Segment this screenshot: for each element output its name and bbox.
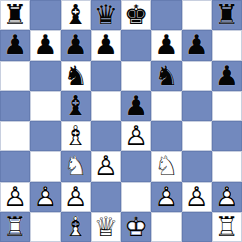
black-pawn-glyph: ♟ (121, 91, 151, 121)
black-pawn-glyph: ♟ (91, 30, 121, 60)
black-bishop-on-c5[interactable]: ♝ (61, 91, 91, 121)
square-e4[interactable]: ♟♙ (121, 121, 151, 151)
square-h4[interactable] (212, 121, 242, 151)
square-b6[interactable] (30, 61, 60, 91)
square-d7[interactable]: ♟ (91, 30, 121, 60)
white-pawn-outline-glyph: ♙ (30, 182, 60, 212)
black-bishop-on-c8[interactable]: ♝ (61, 0, 91, 30)
white-knight-outline-glyph: ♘ (151, 151, 181, 181)
square-h1[interactable]: ♜♖ (212, 212, 242, 242)
white-pawn-outline-glyph: ♙ (121, 121, 151, 151)
white-pawn-outline-glyph: ♙ (212, 182, 242, 212)
square-c5[interactable]: ♝ (61, 91, 91, 121)
square-f4[interactable] (151, 121, 181, 151)
square-e2[interactable] (121, 182, 151, 212)
white-pawn-outline-glyph: ♙ (0, 182, 30, 212)
square-h5[interactable] (212, 91, 242, 121)
white-bishop-on-c1[interactable]: ♝♗ (61, 212, 91, 242)
white-knight-on-c3[interactable]: ♞♘ (61, 151, 91, 181)
square-d6[interactable] (91, 61, 121, 91)
white-rook-on-h1[interactable]: ♜♖ (212, 212, 242, 242)
square-b1[interactable] (30, 212, 60, 242)
white-pawn-on-a2[interactable]: ♟♙ (0, 182, 30, 212)
square-f5[interactable] (151, 91, 181, 121)
chess-board: ♜♝♛♚♜♟♟♟♟♟♟♞♞♟♝♟♝♗♟♙♞♘♟♙♞♘♟♙♟♙♟♙♟♙♟♙♟♙♜♖… (0, 0, 242, 242)
white-pawn-outline-glyph: ♙ (61, 182, 91, 212)
black-pawn-glyph: ♟ (30, 30, 60, 60)
square-a1[interactable]: ♜♖ (0, 212, 30, 242)
square-a3[interactable] (0, 151, 30, 181)
white-king-outline-glyph: ♔ (121, 212, 151, 242)
square-h7[interactable] (212, 30, 242, 60)
black-knight-on-f6[interactable]: ♞ (151, 61, 181, 91)
square-f7[interactable]: ♟ (151, 30, 181, 60)
white-pawn-on-d3[interactable]: ♟♙ (91, 151, 121, 181)
square-c3[interactable]: ♞♘ (61, 151, 91, 181)
black-pawn-on-f7[interactable]: ♟ (151, 30, 181, 60)
square-a5[interactable] (0, 91, 30, 121)
square-e3[interactable] (121, 151, 151, 181)
white-pawn-on-h2[interactable]: ♟♙ (212, 182, 242, 212)
square-e1[interactable]: ♚♔ (121, 212, 151, 242)
square-a7[interactable]: ♟ (0, 30, 30, 60)
black-pawn-glyph: ♟ (151, 30, 181, 60)
square-b3[interactable] (30, 151, 60, 181)
white-rook-outline-glyph: ♖ (212, 212, 242, 242)
square-d1[interactable]: ♛♕ (91, 212, 121, 242)
square-d4[interactable] (91, 121, 121, 151)
black-pawn-on-g7[interactable]: ♟ (182, 30, 212, 60)
black-pawn-glyph: ♟ (182, 30, 212, 60)
square-a6[interactable] (0, 61, 30, 91)
white-pawn-outline-glyph: ♙ (182, 182, 212, 212)
white-pawn-outline-glyph: ♙ (151, 182, 181, 212)
square-c1[interactable]: ♝♗ (61, 212, 91, 242)
white-queen-outline-glyph: ♕ (91, 212, 121, 242)
square-g1[interactable] (182, 212, 212, 242)
square-f2[interactable]: ♟♙ (151, 182, 181, 212)
black-king-on-e8[interactable]: ♚ (121, 0, 151, 30)
square-h3[interactable] (212, 151, 242, 181)
white-pawn-on-f2[interactable]: ♟♙ (151, 182, 181, 212)
square-c2[interactable]: ♟♙ (61, 182, 91, 212)
square-c6[interactable]: ♞ (61, 61, 91, 91)
square-e7[interactable] (121, 30, 151, 60)
square-d8[interactable]: ♛ (91, 0, 121, 30)
white-knight-on-f3[interactable]: ♞♘ (151, 151, 181, 181)
square-f3[interactable]: ♞♘ (151, 151, 181, 181)
white-pawn-outline-glyph: ♙ (91, 151, 121, 181)
black-knight-glyph: ♞ (151, 61, 181, 91)
white-bishop-outline-glyph: ♗ (61, 121, 91, 151)
square-g4[interactable] (182, 121, 212, 151)
black-pawn-on-h6[interactable]: ♟ (212, 61, 242, 91)
square-b4[interactable] (30, 121, 60, 151)
square-d5[interactable] (91, 91, 121, 121)
square-g5[interactable] (182, 91, 212, 121)
square-c4[interactable]: ♝♗ (61, 121, 91, 151)
square-a2[interactable]: ♟♙ (0, 182, 30, 212)
square-g8[interactable] (182, 0, 212, 30)
square-d2[interactable] (91, 182, 121, 212)
black-rook-glyph: ♜ (0, 0, 30, 30)
square-f1[interactable] (151, 212, 181, 242)
white-bishop-on-c4[interactable]: ♝♗ (61, 121, 91, 151)
white-queen-on-d1[interactable]: ♛♕ (91, 212, 121, 242)
square-b8[interactable] (30, 0, 60, 30)
black-bishop-glyph: ♝ (61, 0, 91, 30)
square-g7[interactable]: ♟ (182, 30, 212, 60)
white-pawn-on-c2[interactable]: ♟♙ (61, 182, 91, 212)
black-pawn-glyph: ♟ (0, 30, 30, 60)
square-h6[interactable]: ♟ (212, 61, 242, 91)
white-pawn-on-g2[interactable]: ♟♙ (182, 182, 212, 212)
black-knight-on-c6[interactable]: ♞ (61, 61, 91, 91)
black-rook-glyph: ♜ (212, 0, 242, 30)
square-g3[interactable] (182, 151, 212, 181)
square-e6[interactable] (121, 61, 151, 91)
white-bishop-outline-glyph: ♗ (61, 212, 91, 242)
white-knight-outline-glyph: ♘ (61, 151, 91, 181)
black-knight-glyph: ♞ (61, 61, 91, 91)
square-h8[interactable]: ♜ (212, 0, 242, 30)
black-pawn-on-a7[interactable]: ♟ (0, 30, 30, 60)
white-rook-outline-glyph: ♖ (0, 212, 30, 242)
square-d3[interactable]: ♟♙ (91, 151, 121, 181)
white-pawn-on-e4[interactable]: ♟♙ (121, 121, 151, 151)
square-g6[interactable] (182, 61, 212, 91)
white-king-on-e1[interactable]: ♚♔ (121, 212, 151, 242)
black-queen-glyph: ♛ (91, 0, 121, 30)
black-pawn-glyph: ♟ (212, 61, 242, 91)
square-h2[interactable]: ♟♙ (212, 182, 242, 212)
black-pawn-on-c7[interactable]: ♟ (61, 30, 91, 60)
square-a8[interactable]: ♜ (0, 0, 30, 30)
square-a4[interactable] (0, 121, 30, 151)
black-rook-on-a8[interactable]: ♜ (0, 0, 30, 30)
square-e5[interactable]: ♟ (121, 91, 151, 121)
square-b7[interactable]: ♟ (30, 30, 60, 60)
white-rook-on-a1[interactable]: ♜♖ (0, 212, 30, 242)
square-f8[interactable] (151, 0, 181, 30)
square-e8[interactable]: ♚ (121, 0, 151, 30)
square-b5[interactable] (30, 91, 60, 121)
black-king-glyph: ♚ (121, 0, 151, 30)
square-c7[interactable]: ♟ (61, 30, 91, 60)
square-c8[interactable]: ♝ (61, 0, 91, 30)
black-bishop-glyph: ♝ (61, 91, 91, 121)
black-pawn-glyph: ♟ (61, 30, 91, 60)
black-pawn-on-b7[interactable]: ♟ (30, 30, 60, 60)
black-rook-on-h8[interactable]: ♜ (212, 0, 242, 30)
square-f6[interactable]: ♞ (151, 61, 181, 91)
black-queen-on-d8[interactable]: ♛ (91, 0, 121, 30)
square-b2[interactable]: ♟♙ (30, 182, 60, 212)
white-pawn-on-b2[interactable]: ♟♙ (30, 182, 60, 212)
black-pawn-on-e5[interactable]: ♟ (121, 91, 151, 121)
square-g2[interactable]: ♟♙ (182, 182, 212, 212)
black-pawn-on-d7[interactable]: ♟ (91, 30, 121, 60)
